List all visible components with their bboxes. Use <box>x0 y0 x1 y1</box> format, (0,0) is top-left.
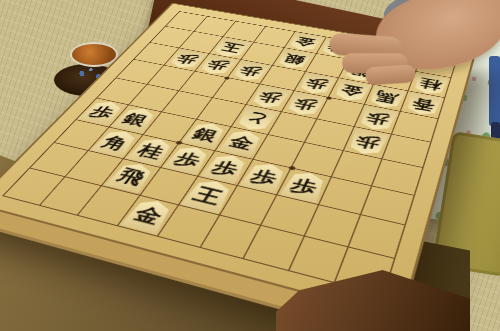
shogi-game-photo: 金桂玉銀銀桂歩歩歩歩金馬香歩歩歩と歩歩銀銀金角桂歩歩歩歩飛王金 <box>0 0 500 331</box>
blue-object <box>489 56 500 126</box>
finger <box>365 64 416 85</box>
